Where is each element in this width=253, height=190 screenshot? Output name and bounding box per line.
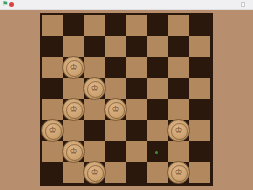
board-square[interactable]: ♔ — [84, 78, 105, 99]
game-window: ⚑ ♔♔♔♔♔♔♔♔♔ — [0, 0, 253, 190]
board-square[interactable] — [147, 78, 168, 99]
crown-stamp-icon: ♔ — [111, 105, 119, 114]
board-square[interactable] — [189, 162, 210, 183]
crown-stamp-icon: ♔ — [69, 147, 77, 156]
board-square[interactable] — [189, 36, 210, 57]
checker-piece[interactable]: ♔ — [41, 119, 64, 142]
board-square[interactable] — [84, 99, 105, 120]
game-stage: ♔♔♔♔♔♔♔♔♔ — [0, 10, 253, 190]
checker-piece[interactable]: ♔ — [62, 140, 85, 163]
board-square[interactable] — [168, 141, 189, 162]
checker-piece[interactable]: ♔ — [62, 98, 85, 121]
resize-icon[interactable] — [241, 2, 245, 7]
board-square[interactable] — [168, 78, 189, 99]
board-square[interactable] — [147, 120, 168, 141]
board-square[interactable] — [84, 15, 105, 36]
board-square[interactable] — [126, 78, 147, 99]
checker-piece[interactable]: ♔ — [104, 98, 127, 121]
board-square[interactable] — [189, 99, 210, 120]
board-square[interactable] — [126, 36, 147, 57]
board-square[interactable] — [63, 120, 84, 141]
checker-piece[interactable]: ♔ — [62, 56, 85, 79]
board-square[interactable] — [105, 15, 126, 36]
board-square[interactable] — [147, 15, 168, 36]
board-square[interactable] — [189, 141, 210, 162]
board-square[interactable] — [42, 15, 63, 36]
board-square[interactable] — [168, 15, 189, 36]
board-square[interactable]: ♔ — [168, 162, 189, 183]
board-square[interactable] — [126, 162, 147, 183]
green-flag-icon[interactable]: ⚑ — [2, 0, 8, 9]
board-square[interactable] — [105, 36, 126, 57]
board-square[interactable]: ♔ — [168, 120, 189, 141]
board-square[interactable]: ♔ — [63, 57, 84, 78]
board-square[interactable] — [105, 78, 126, 99]
board-square[interactable] — [63, 15, 84, 36]
board-square[interactable] — [42, 36, 63, 57]
board-square[interactable] — [168, 99, 189, 120]
board-square[interactable] — [168, 36, 189, 57]
green-dot-marker — [155, 151, 158, 154]
board-grid: ♔♔♔♔♔♔♔♔♔ — [42, 15, 210, 183]
checker-piece[interactable]: ♔ — [167, 161, 190, 184]
board-square[interactable]: ♔ — [63, 99, 84, 120]
board-square[interactable] — [84, 36, 105, 57]
checker-piece[interactable]: ♔ — [83, 161, 106, 184]
board-square[interactable] — [63, 78, 84, 99]
board-square[interactable] — [42, 141, 63, 162]
board-square[interactable] — [126, 99, 147, 120]
board-square[interactable]: ♔ — [63, 141, 84, 162]
board-square[interactable] — [147, 141, 168, 162]
crown-stamp-icon: ♔ — [174, 126, 182, 135]
board-square[interactable] — [105, 141, 126, 162]
board-square[interactable] — [147, 99, 168, 120]
board-square[interactable] — [105, 162, 126, 183]
board-square[interactable] — [126, 15, 147, 36]
board-square[interactable] — [42, 57, 63, 78]
board-square[interactable] — [189, 15, 210, 36]
crown-stamp-icon: ♔ — [48, 126, 56, 135]
board-square[interactable] — [189, 78, 210, 99]
board-square[interactable] — [84, 141, 105, 162]
board-square[interactable] — [42, 99, 63, 120]
crown-stamp-icon: ♔ — [69, 105, 77, 114]
checkers-board: ♔♔♔♔♔♔♔♔♔ — [40, 13, 213, 186]
board-square[interactable] — [189, 57, 210, 78]
board-square[interactable] — [84, 57, 105, 78]
crown-stamp-icon: ♔ — [90, 84, 98, 93]
board-square[interactable] — [63, 162, 84, 183]
board-square[interactable] — [147, 162, 168, 183]
crown-stamp-icon: ♔ — [69, 63, 77, 72]
board-square[interactable] — [42, 78, 63, 99]
board-square[interactable] — [84, 120, 105, 141]
checker-piece[interactable]: ♔ — [83, 77, 106, 100]
crown-stamp-icon: ♔ — [90, 168, 98, 177]
titlebar: ⚑ — [0, 0, 253, 10]
board-square[interactable] — [147, 57, 168, 78]
crown-stamp-icon: ♔ — [174, 168, 182, 177]
stop-icon[interactable] — [9, 2, 14, 7]
checker-piece[interactable]: ♔ — [167, 119, 190, 142]
board-square[interactable]: ♔ — [42, 120, 63, 141]
board-square[interactable] — [63, 36, 84, 57]
board-square[interactable] — [126, 57, 147, 78]
board-square[interactable] — [105, 120, 126, 141]
board-square[interactable] — [147, 36, 168, 57]
board-square[interactable] — [42, 162, 63, 183]
board-square[interactable] — [189, 120, 210, 141]
board-square[interactable] — [105, 57, 126, 78]
board-square[interactable]: ♔ — [105, 99, 126, 120]
board-square[interactable] — [168, 57, 189, 78]
board-square[interactable] — [126, 141, 147, 162]
board-square[interactable]: ♔ — [84, 162, 105, 183]
board-square[interactable] — [126, 120, 147, 141]
